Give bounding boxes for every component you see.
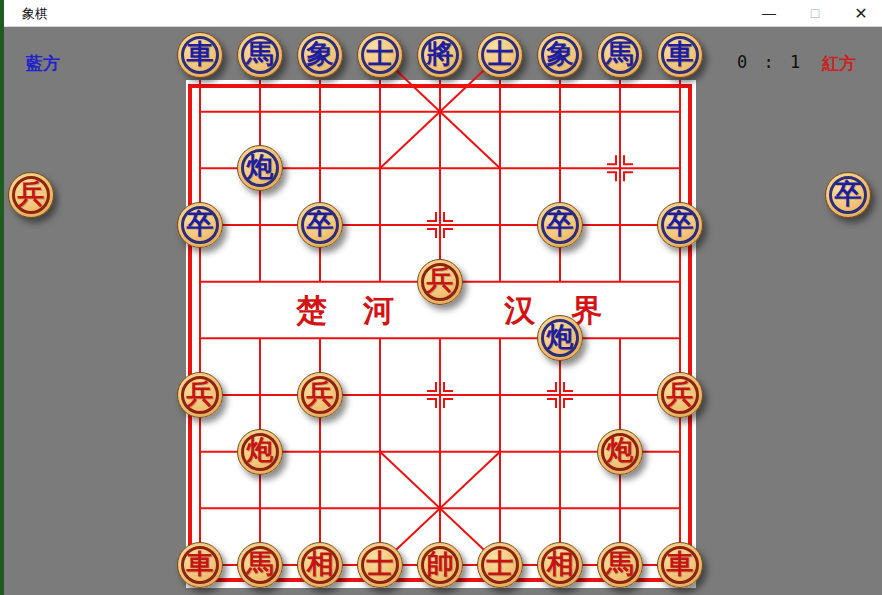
piece-ring: 士 [481, 36, 519, 74]
piece-ring: 馬 [601, 546, 639, 584]
piece-glyph: 兵 [18, 181, 45, 208]
piece-ring: 卒 [829, 176, 867, 214]
piece-blue-士[interactable]: 士 [357, 32, 403, 78]
piece-ring: 象 [301, 36, 339, 74]
piece-ring: 馬 [241, 36, 279, 74]
piece-ring: 兵 [12, 176, 50, 214]
piece-glyph: 炮 [247, 437, 274, 464]
piece-ring: 兵 [661, 376, 699, 414]
piece-glyph: 兵 [667, 381, 694, 408]
piece-ring: 炮 [241, 433, 279, 471]
piece-glyph: 車 [187, 551, 214, 578]
piece-glyph: 馬 [247, 551, 274, 578]
piece-red-相[interactable]: 相 [297, 542, 343, 588]
piece-red-兵[interactable]: 兵 [177, 372, 223, 418]
piece-glyph: 士 [487, 551, 514, 578]
piece-ring: 兵 [421, 263, 459, 301]
piece-glyph: 馬 [607, 551, 634, 578]
piece-glyph: 卒 [835, 181, 862, 208]
piece-ring: 馬 [241, 546, 279, 584]
piece-ring: 炮 [241, 149, 279, 187]
piece-glyph: 兵 [307, 381, 334, 408]
piece-ring: 炮 [601, 433, 639, 471]
piece-ring: 兵 [181, 376, 219, 414]
piece-red-炮[interactable]: 炮 [597, 429, 643, 475]
piece-ring: 車 [661, 546, 699, 584]
captured-piece-red-soldier: 兵 [8, 172, 54, 218]
piece-ring: 車 [181, 36, 219, 74]
piece-glyph: 士 [367, 41, 394, 68]
piece-red-兵[interactable]: 兵 [657, 372, 703, 418]
piece-glyph: 相 [307, 551, 334, 578]
piece-blue-車[interactable]: 車 [177, 32, 223, 78]
piece-blue-車[interactable]: 車 [657, 32, 703, 78]
piece-ring: 卒 [661, 206, 699, 244]
piece-glyph: 相 [547, 551, 574, 578]
piece-red-炮[interactable]: 炮 [237, 429, 283, 475]
piece-red-士[interactable]: 士 [357, 542, 403, 588]
river-label-left: 楚 河 [296, 290, 408, 332]
piece-glyph: 炮 [247, 154, 274, 181]
piece-glyph: 兵 [187, 381, 214, 408]
piece-red-馬[interactable]: 馬 [597, 542, 643, 588]
piece-glyph: 卒 [667, 211, 694, 238]
app-window: 象棋 — □ ✕ 藍方 0 : 1 紅方 [0, 0, 882, 595]
piece-glyph: 帥 [427, 551, 454, 578]
piece-glyph: 象 [307, 41, 334, 68]
piece-ring: 士 [361, 36, 399, 74]
piece-blue-卒[interactable]: 卒 [537, 202, 583, 248]
piece-red-車[interactable]: 車 [177, 542, 223, 588]
piece-blue-卒[interactable]: 卒 [177, 202, 223, 248]
piece-glyph: 馬 [247, 41, 274, 68]
piece-blue-士[interactable]: 士 [477, 32, 523, 78]
piece-glyph: 士 [367, 551, 394, 578]
piece-red-兵[interactable]: 兵 [297, 372, 343, 418]
piece-glyph: 卒 [187, 211, 214, 238]
piece-glyph: 卒 [547, 211, 574, 238]
piece-ring: 馬 [601, 36, 639, 74]
piece-blue-卒[interactable]: 卒 [297, 202, 343, 248]
piece-ring: 卒 [301, 206, 339, 244]
piece-glyph: 車 [667, 551, 694, 578]
piece-glyph: 車 [187, 41, 214, 68]
piece-red-相[interactable]: 相 [537, 542, 583, 588]
piece-glyph: 炮 [547, 324, 574, 351]
piece-ring: 相 [301, 546, 339, 584]
piece-ring: 象 [541, 36, 579, 74]
piece-glyph: 卒 [307, 211, 334, 238]
piece-ring: 士 [481, 546, 519, 584]
piece-ring: 兵 [301, 376, 339, 414]
piece-glyph: 士 [487, 41, 514, 68]
piece-glyph: 馬 [607, 41, 634, 68]
piece-ring: 車 [181, 546, 219, 584]
piece-glyph: 將 [427, 41, 454, 68]
piece-ring: 炮 [541, 319, 579, 357]
piece-blue-炮[interactable]: 炮 [237, 145, 283, 191]
piece-glyph: 車 [667, 41, 694, 68]
piece-ring: 卒 [541, 206, 579, 244]
piece-blue-馬[interactable]: 馬 [597, 32, 643, 78]
piece-glyph: 象 [547, 41, 574, 68]
piece-ring: 相 [541, 546, 579, 584]
piece-red-車[interactable]: 車 [657, 542, 703, 588]
piece-red-帥[interactable]: 帥 [417, 542, 463, 588]
piece-blue-象[interactable]: 象 [297, 32, 343, 78]
piece-blue-炮[interactable]: 炮 [537, 315, 583, 361]
piece-red-士[interactable]: 士 [477, 542, 523, 588]
piece-blue-將[interactable]: 將 [417, 32, 463, 78]
piece-glyph: 兵 [427, 267, 454, 294]
piece-ring: 卒 [181, 206, 219, 244]
piece-red-兵[interactable]: 兵 [417, 259, 463, 305]
piece-blue-馬[interactable]: 馬 [237, 32, 283, 78]
piece-red-馬[interactable]: 馬 [237, 542, 283, 588]
piece-glyph: 炮 [607, 437, 634, 464]
piece-blue-卒[interactable]: 卒 [657, 202, 703, 248]
captured-piece-blue-soldier: 卒 [825, 172, 871, 218]
piece-blue-象[interactable]: 象 [537, 32, 583, 78]
piece-ring: 帥 [421, 546, 459, 584]
piece-ring: 士 [361, 546, 399, 584]
piece-ring: 將 [421, 36, 459, 74]
piece-ring: 車 [661, 36, 699, 74]
